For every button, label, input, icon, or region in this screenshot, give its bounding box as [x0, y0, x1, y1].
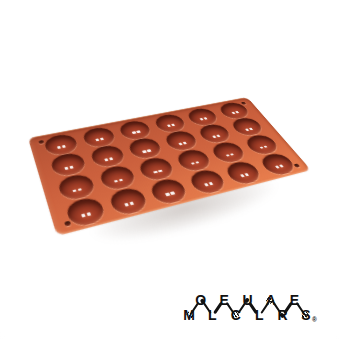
mold-cavity	[185, 107, 221, 127]
mold-cavity	[107, 186, 150, 217]
mold-cavity	[196, 123, 233, 145]
mold-cavity	[174, 148, 214, 173]
mold-cavity	[242, 133, 281, 156]
mold-cavity	[186, 168, 228, 196]
brand-logo: ® MLCLRSOEUAE	[183, 293, 331, 331]
mold-cavity	[223, 159, 264, 185]
mold-cavity	[117, 119, 153, 141]
mold-cavity	[56, 173, 97, 202]
mold-cavity	[137, 156, 177, 182]
mold-cavity	[49, 152, 88, 178]
mold-cavity	[126, 137, 164, 161]
mold-cavity	[97, 164, 137, 192]
mold-cavity	[257, 152, 298, 177]
mold-cavity	[148, 176, 190, 205]
mold-cavity	[89, 144, 127, 169]
corner-hole	[293, 163, 300, 167]
mold-cavity	[42, 133, 79, 157]
mold-cavity	[209, 140, 248, 164]
mold-cavity	[229, 116, 266, 137]
mold-cavity	[162, 129, 200, 152]
mold-cavity	[152, 113, 188, 134]
corner-hole	[38, 140, 44, 144]
product-photo: ® MLCLRSOEUAE	[0, 0, 340, 340]
corner-hole	[63, 221, 70, 227]
mold-cavity	[81, 126, 118, 149]
